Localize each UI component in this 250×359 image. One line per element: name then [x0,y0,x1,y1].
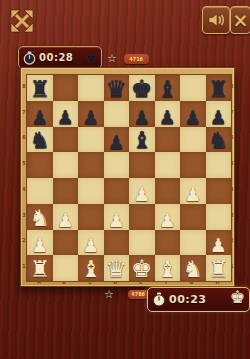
square-g7[interactable]: ♟ [180,101,206,127]
chess-app-screen: × 00:28 ♚ ☆ 4716 87654321 87654321 ABCDE… [0,0,250,359]
black-pawn: ♟ [210,108,227,127]
square-b7[interactable]: ♟ [53,101,79,127]
white-star-icon: ☆ [104,289,114,300]
square-f3[interactable]: ♟ [155,204,181,230]
white-pawn: ♟ [184,185,201,204]
white-clock-icon [152,292,166,307]
square-d7[interactable] [104,101,130,127]
rank-label: 6 [22,136,25,141]
black-clock-icon [23,51,36,65]
square-e8[interactable]: ♚ [129,75,155,101]
board-squares: ♜♛♚♝♜♟♟♟♟♟♟♟♞♟♝♞♟♟♞♟♟♟♟♟♟♜♝♛♚♝♞♜ [26,74,232,282]
square-e6[interactable]: ♝ [129,127,155,153]
square-a1[interactable]: ♜ [27,255,53,281]
square-f4[interactable] [155,178,181,204]
square-h8[interactable]: ♜ [206,75,232,101]
white-rook: ♜ [208,258,229,281]
black-king-icon: ♚ [85,51,97,64]
square-c4[interactable] [78,178,104,204]
close-button[interactable]: × [230,6,250,34]
black-bishop: ♝ [157,78,178,101]
square-f7[interactable]: ♟ [155,101,181,127]
black-time: 00:28 [39,52,73,63]
square-c7[interactable]: ♟ [78,101,104,127]
square-e5[interactable] [129,152,155,178]
rank-label: 3 [22,213,25,218]
square-a4[interactable] [27,178,53,204]
square-b5[interactable] [53,152,79,178]
rank-label: 1 [22,265,25,270]
fullscreen-button[interactable] [8,7,36,35]
square-c6[interactable] [78,127,104,153]
black-knight: ♞ [208,129,229,152]
square-e7[interactable]: ♟ [129,101,155,127]
square-b3[interactable]: ♟ [53,204,79,230]
white-bishop: ♝ [80,258,101,281]
square-d2[interactable] [104,230,130,256]
black-pawn: ♟ [133,108,150,127]
square-a7[interactable]: ♟ [27,101,53,127]
square-g6[interactable] [180,127,206,153]
white-queen: ♛ [105,257,127,281]
close-icon: × [233,9,249,31]
square-g5[interactable] [180,152,206,178]
square-f1[interactable]: ♝ [155,255,181,281]
white-score-badge: 4786 [128,290,149,299]
white-pawn: ♟ [159,211,176,230]
black-score: 4716 [130,56,144,62]
square-g2[interactable] [180,230,206,256]
black-bishop: ♝ [131,129,152,152]
white-king: ♚ [131,257,153,281]
black-pawn: ♟ [31,108,48,127]
square-c2[interactable]: ♟ [78,230,104,256]
black-pawn: ♟ [159,108,176,127]
square-d4[interactable] [104,178,130,204]
square-a5[interactable] [27,152,53,178]
square-g8[interactable] [180,75,206,101]
white-pawn: ♟ [210,236,227,255]
black-knight: ♞ [29,129,50,152]
white-pawn: ♟ [31,236,48,255]
speaker-icon [207,11,225,29]
square-c5[interactable] [78,152,104,178]
square-h3[interactable] [206,204,232,230]
square-g4[interactable]: ♟ [180,178,206,204]
black-pawn: ♟ [57,108,74,127]
white-time: 00:23 [169,293,207,306]
white-rook: ♜ [29,258,50,281]
white-timer-panel: 00:23 ♚ [147,287,250,312]
black-pawn: ♟ [108,133,125,152]
square-e3[interactable] [129,204,155,230]
square-h1[interactable]: ♜ [206,255,232,281]
square-a8[interactable]: ♜ [27,75,53,101]
rank-label: 7 [22,110,25,115]
square-d8[interactable]: ♛ [104,75,130,101]
square-b1[interactable] [53,255,79,281]
square-d3[interactable]: ♟ [104,204,130,230]
square-h7[interactable]: ♟ [206,101,232,127]
square-h4[interactable] [206,178,232,204]
white-bishop: ♝ [157,258,178,281]
rank-label: 2 [22,239,25,244]
square-g1[interactable]: ♞ [180,255,206,281]
white-king-icon: ♚ [230,289,245,306]
square-h2[interactable]: ♟ [206,230,232,256]
black-rook: ♜ [208,78,229,101]
rank-label: 8 [22,85,25,90]
square-f2[interactable] [155,230,181,256]
black-king: ♚ [131,77,153,101]
rank-label: 5 [22,162,25,167]
black-star-icon: ☆ [107,53,117,64]
square-c3[interactable] [78,204,104,230]
square-d5[interactable] [104,152,130,178]
square-e2[interactable] [129,230,155,256]
white-score: 4786 [132,292,146,298]
black-timer-panel: 00:28 ♚ [18,46,102,69]
black-queen: ♛ [105,77,127,101]
square-g3[interactable] [180,204,206,230]
square-f5[interactable] [155,152,181,178]
black-pawn: ♟ [184,108,201,127]
black-score-badge: 4716 [124,54,149,64]
square-b8[interactable] [53,75,79,101]
square-d1[interactable]: ♛ [104,255,130,281]
square-f6[interactable] [155,127,181,153]
fullscreen-arrows-icon [8,7,36,35]
square-a6[interactable]: ♞ [27,127,53,153]
chess-board: 87654321 87654321 ABCDEFGH ♜♛♚♝♜♟♟♟♟♟♟♟♞… [20,67,235,287]
square-c1[interactable]: ♝ [78,255,104,281]
square-b4[interactable] [53,178,79,204]
square-h6[interactable]: ♞ [206,127,232,153]
square-e4[interactable]: ♟ [129,178,155,204]
square-b2[interactable] [53,230,79,256]
rank-label: 4 [22,188,25,193]
white-pawn: ♟ [57,211,74,230]
square-a2[interactable]: ♟ [27,230,53,256]
square-d6[interactable]: ♟ [104,127,130,153]
square-c8[interactable] [78,75,104,101]
black-pawn: ♟ [82,108,99,127]
sound-button[interactable] [202,6,230,34]
white-knight: ♞ [29,207,50,230]
square-f8[interactable]: ♝ [155,75,181,101]
white-pawn: ♟ [82,236,99,255]
square-a3[interactable]: ♞ [27,204,53,230]
square-b6[interactable] [53,127,79,153]
square-e1[interactable]: ♚ [129,255,155,281]
black-rook: ♜ [29,78,50,101]
white-knight: ♞ [182,258,203,281]
white-pawn: ♟ [133,185,150,204]
white-pawn: ♟ [108,211,125,230]
square-h5[interactable] [206,152,232,178]
